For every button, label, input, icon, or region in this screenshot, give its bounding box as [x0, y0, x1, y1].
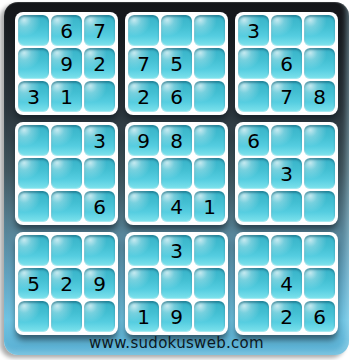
box-6: 63	[235, 122, 338, 225]
cell-r6c3[interactable]: 6	[84, 191, 115, 222]
cell-r1c6[interactable]	[194, 15, 225, 46]
cell-r1c2[interactable]: 6	[51, 15, 82, 46]
box-4: 36	[15, 122, 118, 225]
cell-r9c6[interactable]	[194, 301, 225, 332]
cell-r2c8[interactable]: 6	[271, 48, 302, 79]
cell-r2c9[interactable]	[304, 48, 335, 79]
cell-r7c5[interactable]: 3	[161, 235, 192, 266]
cell-r8c7[interactable]	[238, 268, 269, 299]
box-5: 9841	[125, 122, 228, 225]
cell-r3c6[interactable]	[194, 81, 225, 112]
box-7: 529	[15, 232, 118, 335]
cell-r7c1[interactable]	[18, 235, 49, 266]
cell-r6c7[interactable]	[238, 191, 269, 222]
cell-r3c4[interactable]: 2	[128, 81, 159, 112]
cell-r7c8[interactable]	[271, 235, 302, 266]
cell-r2c2[interactable]: 9	[51, 48, 82, 79]
box-1: 679231	[15, 12, 118, 115]
cell-r1c7[interactable]: 3	[238, 15, 269, 46]
cell-r5c6[interactable]	[194, 158, 225, 189]
cell-r5c7[interactable]	[238, 158, 269, 189]
cell-r4c7[interactable]: 6	[238, 125, 269, 156]
cell-r1c3[interactable]: 7	[84, 15, 115, 46]
cell-r6c1[interactable]	[18, 191, 49, 222]
cell-r2c3[interactable]: 2	[84, 48, 115, 79]
cell-r9c2[interactable]	[51, 301, 82, 332]
cell-r3c3[interactable]	[84, 81, 115, 112]
cell-r7c3[interactable]	[84, 235, 115, 266]
cell-r3c2[interactable]: 1	[51, 81, 82, 112]
cell-r9c7[interactable]	[238, 301, 269, 332]
box-3: 3678	[235, 12, 338, 115]
cell-r2c4[interactable]: 7	[128, 48, 159, 79]
cell-r8c9[interactable]	[304, 268, 335, 299]
cell-r2c7[interactable]	[238, 48, 269, 79]
cell-r8c5[interactable]	[161, 268, 192, 299]
cell-r5c9[interactable]	[304, 158, 335, 189]
cell-r7c4[interactable]	[128, 235, 159, 266]
cell-r2c1[interactable]	[18, 48, 49, 79]
cell-r8c1[interactable]: 5	[18, 268, 49, 299]
cell-r2c5[interactable]: 5	[161, 48, 192, 79]
cell-r4c8[interactable]	[271, 125, 302, 156]
cell-r4c3[interactable]: 3	[84, 125, 115, 156]
cell-r3c1[interactable]: 3	[18, 81, 49, 112]
cell-r4c2[interactable]	[51, 125, 82, 156]
cell-r5c8[interactable]: 3	[271, 158, 302, 189]
cell-r9c4[interactable]: 1	[128, 301, 159, 332]
cell-r9c8[interactable]: 2	[271, 301, 302, 332]
cell-r1c1[interactable]	[18, 15, 49, 46]
cell-r9c9[interactable]: 6	[304, 301, 335, 332]
cell-r3c9[interactable]: 8	[304, 81, 335, 112]
cell-r1c9[interactable]	[304, 15, 335, 46]
cell-r9c3[interactable]	[84, 301, 115, 332]
cell-r1c8[interactable]	[271, 15, 302, 46]
cell-r4c9[interactable]	[304, 125, 335, 156]
cell-r3c8[interactable]: 7	[271, 81, 302, 112]
cell-r6c5[interactable]: 4	[161, 191, 192, 222]
box-2: 7526	[125, 12, 228, 115]
cell-r8c3[interactable]: 9	[84, 268, 115, 299]
cell-r8c8[interactable]: 4	[271, 268, 302, 299]
cell-r8c6[interactable]	[194, 268, 225, 299]
cell-r1c4[interactable]	[128, 15, 159, 46]
cell-r9c5[interactable]: 9	[161, 301, 192, 332]
cell-r5c1[interactable]	[18, 158, 49, 189]
cell-r4c6[interactable]	[194, 125, 225, 156]
cell-r8c4[interactable]	[128, 268, 159, 299]
box-9: 426	[235, 232, 338, 335]
cell-r4c4[interactable]: 9	[128, 125, 159, 156]
cell-r6c9[interactable]	[304, 191, 335, 222]
cell-r7c6[interactable]	[194, 235, 225, 266]
cell-r6c6[interactable]: 1	[194, 191, 225, 222]
cell-r5c3[interactable]	[84, 158, 115, 189]
cell-r4c1[interactable]	[18, 125, 49, 156]
cell-r6c2[interactable]	[51, 191, 82, 222]
cell-r3c5[interactable]: 6	[161, 81, 192, 112]
cell-r6c8[interactable]	[271, 191, 302, 222]
box-8: 319	[125, 232, 228, 335]
cell-r6c4[interactable]	[128, 191, 159, 222]
site-footer: www.sudokusweb.com	[4, 334, 349, 352]
cell-r1c5[interactable]	[161, 15, 192, 46]
cell-r3c7[interactable]	[238, 81, 269, 112]
cell-r7c9[interactable]	[304, 235, 335, 266]
sudoku-plaque: 6792317526367836984163529319426 www.sudo…	[4, 2, 349, 355]
cell-r5c2[interactable]	[51, 158, 82, 189]
cell-r7c2[interactable]	[51, 235, 82, 266]
cell-r4c5[interactable]: 8	[161, 125, 192, 156]
site-url[interactable]: www.sudokusweb.com	[89, 334, 264, 352]
cell-r2c6[interactable]	[194, 48, 225, 79]
page: 6792317526367836984163529319426 www.sudo…	[0, 0, 350, 360]
cell-r9c1[interactable]	[18, 301, 49, 332]
cell-r8c2[interactable]: 2	[51, 268, 82, 299]
cell-r7c7[interactable]	[238, 235, 269, 266]
cell-r5c5[interactable]	[161, 158, 192, 189]
cell-r5c4[interactable]	[128, 158, 159, 189]
board-grid: 6792317526367836984163529319426	[15, 12, 338, 335]
